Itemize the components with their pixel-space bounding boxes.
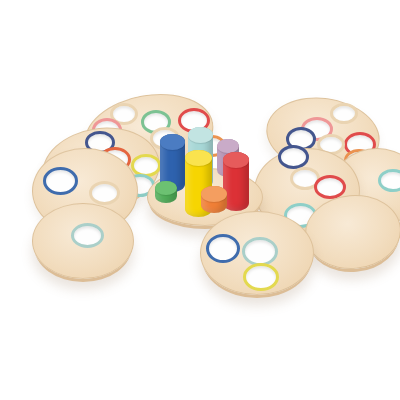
disc-left-front-hole-blue-ring: [43, 167, 78, 195]
disc-bottom-center-hole-blue-ring: [206, 234, 240, 263]
cylinder-purple-top: [217, 139, 239, 153]
disc-left-mid-hole-yellow-ring: [131, 154, 161, 177]
cylinder-dark-blue-top: [160, 134, 185, 150]
cylinder-green-top: [155, 181, 177, 195]
disc-bottom-left-hole-paleteal-ring: [71, 223, 104, 248]
cylinder-orange: [201, 186, 227, 213]
cylinder-yellow-top: [185, 150, 212, 166]
disc-right-mid-hole-navy-ring: [278, 145, 309, 169]
toy-scene: [0, 0, 400, 400]
disc-top-right-hole-plain-ring: [330, 103, 358, 124]
cylinder-light-blue-top: [188, 127, 213, 143]
disc-left-front-hole-plain-ring: [89, 181, 120, 205]
disc-far-right-hole-teal-ring: [378, 169, 400, 192]
cylinder-green: [155, 181, 177, 203]
disc-bottom-center-hole-yellow-ring: [243, 263, 279, 291]
cylinder-red-top: [223, 152, 249, 168]
cylinder-orange-top: [201, 186, 227, 202]
disc-bottom-center-hole-paleteal-ring: [242, 237, 278, 266]
